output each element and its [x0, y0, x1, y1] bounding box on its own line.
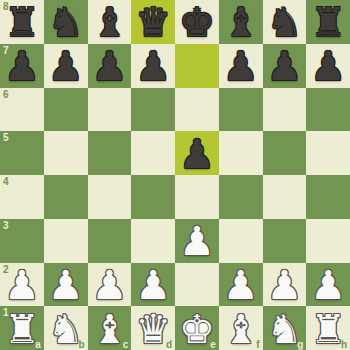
square-e6[interactable] [175, 88, 219, 132]
piece-white-bishop-f1[interactable]: ♝ [219, 306, 263, 350]
piece-black-pawn-f7[interactable]: ♟ [219, 44, 263, 88]
square-b5[interactable] [44, 131, 88, 175]
piece-white-king-e1[interactable]: ♚ [175, 306, 219, 350]
square-e2[interactable] [175, 263, 219, 307]
square-b3[interactable] [44, 219, 88, 263]
square-b6[interactable] [44, 88, 88, 132]
piece-black-queen-d8[interactable]: ♛ [131, 0, 175, 44]
square-e7[interactable] [175, 44, 219, 88]
square-a6[interactable]: 6 [0, 88, 44, 132]
square-h7[interactable]: ♟ [306, 44, 350, 88]
piece-white-knight-b1[interactable]: ♞ [44, 306, 88, 350]
square-c2[interactable]: ♟ [88, 263, 132, 307]
piece-white-pawn-c2[interactable]: ♟ [88, 263, 132, 307]
square-f3[interactable] [219, 219, 263, 263]
square-d6[interactable] [131, 88, 175, 132]
square-c4[interactable] [88, 175, 132, 219]
square-h4[interactable] [306, 175, 350, 219]
piece-black-knight-b8[interactable]: ♞ [44, 0, 88, 44]
square-g2[interactable]: ♟ [263, 263, 307, 307]
piece-black-rook-a8[interactable]: ♜ [0, 0, 44, 44]
square-f5[interactable] [219, 131, 263, 175]
square-a5[interactable]: 5 [0, 131, 44, 175]
piece-black-bishop-c8[interactable]: ♝ [88, 0, 132, 44]
square-c6[interactable] [88, 88, 132, 132]
piece-black-pawn-a7[interactable]: ♟ [0, 44, 44, 88]
square-e1[interactable]: e♚ [175, 306, 219, 350]
piece-black-bishop-f8[interactable]: ♝ [219, 0, 263, 44]
square-g5[interactable] [263, 131, 307, 175]
rank-label-5: 5 [3, 132, 9, 143]
square-d5[interactable] [131, 131, 175, 175]
piece-white-knight-g1[interactable]: ♞ [263, 306, 307, 350]
piece-white-rook-a1[interactable]: ♜ [0, 306, 44, 350]
square-g7[interactable]: ♟ [263, 44, 307, 88]
piece-black-rook-h8[interactable]: ♜ [306, 0, 350, 44]
rank-label-6: 6 [3, 89, 9, 100]
square-g6[interactable] [263, 88, 307, 132]
square-e5[interactable]: ♟ [175, 131, 219, 175]
piece-black-pawn-e5[interactable]: ♟ [175, 131, 219, 175]
piece-white-bishop-c1[interactable]: ♝ [88, 306, 132, 350]
square-h1[interactable]: h♜ [306, 306, 350, 350]
square-f6[interactable] [219, 88, 263, 132]
piece-black-knight-g8[interactable]: ♞ [263, 0, 307, 44]
square-d3[interactable] [131, 219, 175, 263]
square-d7[interactable]: ♟ [131, 44, 175, 88]
square-c5[interactable] [88, 131, 132, 175]
square-e4[interactable] [175, 175, 219, 219]
square-h8[interactable]: ♜ [306, 0, 350, 44]
square-b8[interactable]: ♞ [44, 0, 88, 44]
square-a8[interactable]: 8♜ [0, 0, 44, 44]
square-e8[interactable]: ♚ [175, 0, 219, 44]
square-f1[interactable]: f♝ [219, 306, 263, 350]
rank-label-3: 3 [3, 220, 9, 231]
square-b4[interactable] [44, 175, 88, 219]
square-d8[interactable]: ♛ [131, 0, 175, 44]
square-g1[interactable]: g♞ [263, 306, 307, 350]
square-d2[interactable]: ♟ [131, 263, 175, 307]
square-c1[interactable]: c♝ [88, 306, 132, 350]
square-b7[interactable]: ♟ [44, 44, 88, 88]
piece-white-pawn-f2[interactable]: ♟ [219, 263, 263, 307]
square-b1[interactable]: b♞ [44, 306, 88, 350]
square-a4[interactable]: 4 [0, 175, 44, 219]
square-f2[interactable]: ♟ [219, 263, 263, 307]
piece-black-pawn-b7[interactable]: ♟ [44, 44, 88, 88]
piece-black-pawn-g7[interactable]: ♟ [263, 44, 307, 88]
square-a1[interactable]: 1a♜ [0, 306, 44, 350]
piece-black-pawn-d7[interactable]: ♟ [131, 44, 175, 88]
piece-white-rook-h1[interactable]: ♜ [306, 306, 350, 350]
piece-white-queen-d1[interactable]: ♛ [131, 306, 175, 350]
square-c7[interactable]: ♟ [88, 44, 132, 88]
square-b2[interactable]: ♟ [44, 263, 88, 307]
piece-black-king-e8[interactable]: ♚ [175, 0, 219, 44]
piece-white-pawn-a2[interactable]: ♟ [0, 263, 44, 307]
square-e3[interactable]: ♟ [175, 219, 219, 263]
square-h2[interactable]: ♟ [306, 263, 350, 307]
square-a7[interactable]: 7♟ [0, 44, 44, 88]
piece-white-pawn-e3[interactable]: ♟ [175, 219, 219, 263]
piece-black-pawn-h7[interactable]: ♟ [306, 44, 350, 88]
square-c3[interactable] [88, 219, 132, 263]
square-c8[interactable]: ♝ [88, 0, 132, 44]
square-a2[interactable]: 2♟ [0, 263, 44, 307]
piece-white-pawn-d2[interactable]: ♟ [131, 263, 175, 307]
square-f4[interactable] [219, 175, 263, 219]
square-d1[interactable]: d♛ [131, 306, 175, 350]
chess-board: 8♜♞♝♛♚♝♞♜7♟♟♟♟♟♟♟65♟43♟2♟♟♟♟♟♟♟1a♜b♞c♝d♛… [0, 0, 350, 350]
piece-black-pawn-c7[interactable]: ♟ [88, 44, 132, 88]
square-g3[interactable] [263, 219, 307, 263]
piece-white-pawn-b2[interactable]: ♟ [44, 263, 88, 307]
square-f7[interactable]: ♟ [219, 44, 263, 88]
square-f8[interactable]: ♝ [219, 0, 263, 44]
rank-label-4: 4 [3, 176, 9, 187]
square-h3[interactable] [306, 219, 350, 263]
piece-white-pawn-g2[interactable]: ♟ [263, 263, 307, 307]
piece-white-pawn-h2[interactable]: ♟ [306, 263, 350, 307]
square-h5[interactable] [306, 131, 350, 175]
square-h6[interactable] [306, 88, 350, 132]
square-d4[interactable] [131, 175, 175, 219]
square-a3[interactable]: 3 [0, 219, 44, 263]
square-g8[interactable]: ♞ [263, 0, 307, 44]
square-g4[interactable] [263, 175, 307, 219]
